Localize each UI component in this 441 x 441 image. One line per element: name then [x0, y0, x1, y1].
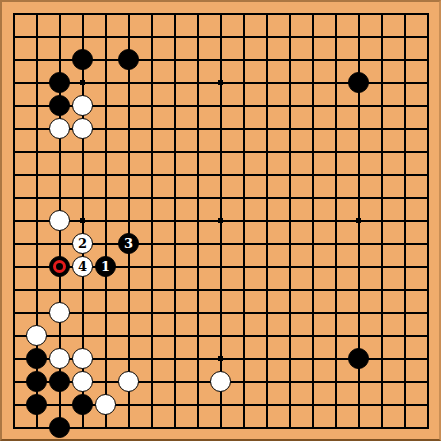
board-intersection [140, 2, 163, 25]
board-intersection [416, 232, 439, 255]
board-intersection [2, 48, 25, 71]
board-intersection [232, 71, 255, 94]
board-intersection [186, 2, 209, 25]
board-intersection [301, 232, 324, 255]
board-intersection [255, 416, 278, 439]
board-intersection [324, 140, 347, 163]
board-intersection [209, 324, 232, 347]
board-intersection [393, 370, 416, 393]
board-intersection [278, 301, 301, 324]
board-intersection [324, 186, 347, 209]
board-intersection [393, 163, 416, 186]
board-intersection [186, 232, 209, 255]
board-intersection [393, 94, 416, 117]
black-stone [26, 371, 47, 392]
board-intersection [255, 48, 278, 71]
board-intersection [347, 278, 370, 301]
board-intersection [71, 48, 94, 71]
black-stone: 1 [95, 256, 116, 277]
board-intersection [48, 393, 71, 416]
board-intersection [48, 255, 71, 278]
board-intersection [416, 324, 439, 347]
board-intersection [117, 278, 140, 301]
board-intersection [393, 416, 416, 439]
board-intersection [140, 416, 163, 439]
board-intersection [117, 255, 140, 278]
board-intersection [71, 416, 94, 439]
black-stone [348, 72, 369, 93]
board-intersection [71, 370, 94, 393]
board-intersection [232, 324, 255, 347]
board-intersection [2, 370, 25, 393]
board-intersection [278, 255, 301, 278]
board-intersection [301, 370, 324, 393]
black-stone: 3 [118, 233, 139, 254]
white-stone [49, 118, 70, 139]
board-intersection [140, 347, 163, 370]
board-intersection [2, 117, 25, 140]
board-intersection [209, 2, 232, 25]
board-intersection [370, 140, 393, 163]
board-intersection [2, 324, 25, 347]
board-intersection [163, 347, 186, 370]
board-intersection [393, 393, 416, 416]
board-intersection [232, 416, 255, 439]
board-intersection [255, 255, 278, 278]
board-intersection [232, 186, 255, 209]
board-intersection [48, 347, 71, 370]
board-intersection [48, 324, 71, 347]
board-intersection [163, 416, 186, 439]
board-intersection [209, 278, 232, 301]
board-intersection [232, 301, 255, 324]
board-intersection [186, 324, 209, 347]
board-intersection [163, 232, 186, 255]
board-intersection [301, 393, 324, 416]
board-intersection [25, 48, 48, 71]
board-intersection [94, 117, 117, 140]
board-intersection [2, 278, 25, 301]
board-intersection [393, 324, 416, 347]
black-stone [26, 348, 47, 369]
board-intersection [25, 255, 48, 278]
board-intersection [163, 48, 186, 71]
board-intersection [370, 370, 393, 393]
board-intersection [71, 186, 94, 209]
black-stone [49, 256, 70, 277]
board-intersection [255, 324, 278, 347]
board-intersection [2, 255, 25, 278]
board-intersection [2, 163, 25, 186]
white-stone [72, 95, 93, 116]
board-intersection [140, 324, 163, 347]
board-intersection [163, 94, 186, 117]
board-intersection [347, 370, 370, 393]
board-intersection [278, 393, 301, 416]
board-intersection [48, 48, 71, 71]
board-intersection [186, 117, 209, 140]
board-intersection [209, 117, 232, 140]
board-intersection [209, 232, 232, 255]
board-intersection [324, 232, 347, 255]
white-stone: 4 [72, 256, 93, 277]
board-intersection [347, 232, 370, 255]
board-intersection [232, 94, 255, 117]
board-intersection [71, 2, 94, 25]
board-intersection [209, 301, 232, 324]
board-intersection [301, 71, 324, 94]
board-intersection [209, 416, 232, 439]
board-intersection [370, 393, 393, 416]
board-intersection [48, 278, 71, 301]
board-intersection [255, 186, 278, 209]
board-intersection [416, 117, 439, 140]
board-intersection [393, 186, 416, 209]
board-intersection [117, 2, 140, 25]
board-intersection [347, 416, 370, 439]
board-intersection [255, 347, 278, 370]
board-intersection [71, 163, 94, 186]
board-intersection [117, 117, 140, 140]
board-intersection [301, 186, 324, 209]
board-intersection [2, 71, 25, 94]
board-intersection [71, 278, 94, 301]
black-stone [49, 417, 70, 438]
board-intersection: 2 [71, 232, 94, 255]
board-intersection [25, 71, 48, 94]
board-intersection [140, 301, 163, 324]
board-intersection [347, 71, 370, 94]
board-intersection [232, 255, 255, 278]
board-intersection [25, 25, 48, 48]
board-intersection [25, 301, 48, 324]
board-intersection [48, 186, 71, 209]
board-intersection [48, 209, 71, 232]
board-intersection [117, 393, 140, 416]
board-intersection [117, 370, 140, 393]
board-intersection [94, 186, 117, 209]
board-intersection [301, 2, 324, 25]
white-stone [26, 325, 47, 346]
board-intersection [186, 347, 209, 370]
board-intersection [163, 71, 186, 94]
board-intersection [94, 94, 117, 117]
board-intersection [209, 25, 232, 48]
board-intersection [232, 2, 255, 25]
board-intersection [255, 140, 278, 163]
board-intersection [186, 301, 209, 324]
board-intersection [232, 163, 255, 186]
board-intersection [94, 71, 117, 94]
board-intersection [71, 393, 94, 416]
board-intersection [347, 163, 370, 186]
star-point [80, 218, 85, 223]
white-stone [118, 371, 139, 392]
board-intersection [278, 278, 301, 301]
board-intersection [370, 416, 393, 439]
board-intersection [416, 209, 439, 232]
board-intersection [140, 163, 163, 186]
board-intersection [393, 209, 416, 232]
board-intersection [416, 347, 439, 370]
board-intersection [71, 301, 94, 324]
board-intersection [209, 48, 232, 71]
black-stone [72, 49, 93, 70]
board-intersection [232, 393, 255, 416]
white-stone [49, 302, 70, 323]
board-intersection [94, 209, 117, 232]
board-intersection [117, 94, 140, 117]
star-point [356, 218, 361, 223]
star-point [218, 218, 223, 223]
board-intersection [301, 209, 324, 232]
board-intersection [232, 278, 255, 301]
board-intersection [140, 278, 163, 301]
board-intersection [255, 25, 278, 48]
board-intersection [416, 301, 439, 324]
board-intersection [301, 94, 324, 117]
star-point [218, 80, 223, 85]
board-intersection [301, 324, 324, 347]
board-intersection [186, 48, 209, 71]
board-intersection [209, 186, 232, 209]
black-stone [118, 49, 139, 70]
board-intersection [2, 393, 25, 416]
move-number: 3 [124, 237, 133, 250]
board-intersection [301, 301, 324, 324]
board-intersection [209, 140, 232, 163]
board-intersection [186, 71, 209, 94]
board-intersection [416, 186, 439, 209]
board-intersection [48, 370, 71, 393]
white-stone [210, 371, 231, 392]
board-intersection [2, 347, 25, 370]
board-intersection [94, 25, 117, 48]
board-intersection [209, 94, 232, 117]
board-intersection [324, 301, 347, 324]
board-intersection [416, 163, 439, 186]
board-intersection [163, 163, 186, 186]
board-intersection [278, 163, 301, 186]
board-intersection [140, 71, 163, 94]
board-intersection [71, 324, 94, 347]
board-intersection [163, 117, 186, 140]
board-intersection [117, 48, 140, 71]
board-intersection [347, 2, 370, 25]
black-stone [26, 394, 47, 415]
board-intersection [186, 25, 209, 48]
board-intersection [347, 25, 370, 48]
board-intersection [255, 163, 278, 186]
black-stone [49, 95, 70, 116]
board-intersection [163, 209, 186, 232]
board-intersection [186, 140, 209, 163]
board-intersection [163, 278, 186, 301]
board-intersection [278, 209, 301, 232]
board-intersection [301, 278, 324, 301]
board-intersection [117, 347, 140, 370]
board-intersection [278, 48, 301, 71]
board-intersection [255, 232, 278, 255]
board-intersection [186, 255, 209, 278]
board-intersection [370, 2, 393, 25]
board-intersection [117, 324, 140, 347]
board-intersection [301, 140, 324, 163]
board-intersection [324, 163, 347, 186]
board-intersection [117, 301, 140, 324]
board-intersection [416, 71, 439, 94]
board-intersection [2, 232, 25, 255]
board-intersection [278, 117, 301, 140]
board-intersection [163, 186, 186, 209]
board-intersection [347, 186, 370, 209]
board-intersection [347, 301, 370, 324]
board-intersection [71, 347, 94, 370]
board-intersection [71, 209, 94, 232]
board-intersection [416, 25, 439, 48]
board-intersection [278, 25, 301, 48]
board-intersection [140, 370, 163, 393]
board-intersection [25, 232, 48, 255]
board-intersection [347, 140, 370, 163]
board-intersection [370, 48, 393, 71]
board-intersection [140, 255, 163, 278]
black-stone [49, 72, 70, 93]
board-intersection [255, 71, 278, 94]
board-intersection [140, 186, 163, 209]
board-intersection [393, 255, 416, 278]
board-intersection [117, 209, 140, 232]
board-intersection [186, 94, 209, 117]
board-intersection [393, 232, 416, 255]
board-intersection [71, 94, 94, 117]
board-intersection [140, 48, 163, 71]
white-stone [95, 394, 116, 415]
board-intersection [232, 48, 255, 71]
board-intersection [186, 209, 209, 232]
board-intersection [324, 94, 347, 117]
board-intersection [117, 25, 140, 48]
board-intersection [25, 393, 48, 416]
board-intersection [48, 25, 71, 48]
board-intersection [140, 209, 163, 232]
board-intersection [25, 209, 48, 232]
board-intersection [186, 278, 209, 301]
board-intersection [94, 301, 117, 324]
board-intersection [232, 370, 255, 393]
board-intersection [2, 416, 25, 439]
board-intersection [186, 163, 209, 186]
board-intersection [163, 393, 186, 416]
board-intersection [186, 416, 209, 439]
board-intersection [255, 2, 278, 25]
board-intersection [2, 140, 25, 163]
board-intersection [48, 301, 71, 324]
board-intersection [2, 301, 25, 324]
board-intersection [140, 232, 163, 255]
board-intersection [94, 347, 117, 370]
board-intersection [48, 416, 71, 439]
board-intersection [370, 278, 393, 301]
board-intersection [117, 71, 140, 94]
go-board: 2341 [0, 0, 441, 441]
board-intersection [163, 25, 186, 48]
board-intersection [232, 140, 255, 163]
board-intersection [324, 324, 347, 347]
board-intersection [25, 278, 48, 301]
board-intersection [117, 416, 140, 439]
board-intersection [324, 71, 347, 94]
board-intersection [209, 347, 232, 370]
white-stone: 2 [72, 233, 93, 254]
board-intersection [393, 25, 416, 48]
board-intersection [94, 370, 117, 393]
board-intersection [117, 140, 140, 163]
white-stone [72, 118, 93, 139]
board-intersection [324, 117, 347, 140]
board-intersection [232, 117, 255, 140]
board-intersection: 1 [94, 255, 117, 278]
board-intersection [48, 117, 71, 140]
black-stone [348, 348, 369, 369]
board-intersection [393, 347, 416, 370]
board-intersection [278, 347, 301, 370]
board-intersection [209, 393, 232, 416]
board-intersection [347, 393, 370, 416]
board-intersection [163, 301, 186, 324]
board-intersection [324, 25, 347, 48]
board-intersection [370, 186, 393, 209]
board-intersection [48, 71, 71, 94]
board-intersection [48, 140, 71, 163]
white-stone [49, 348, 70, 369]
board-intersection [2, 94, 25, 117]
board-intersection [140, 140, 163, 163]
board-intersection [140, 117, 163, 140]
board-intersection [2, 25, 25, 48]
board-intersection [324, 48, 347, 71]
board-intersection [370, 209, 393, 232]
board-intersection [94, 140, 117, 163]
board-intersection [255, 117, 278, 140]
board-intersection [416, 416, 439, 439]
board-intersection [186, 393, 209, 416]
board-intersection [140, 393, 163, 416]
board-intersection [94, 163, 117, 186]
board-intersection [163, 324, 186, 347]
board-intersection [71, 71, 94, 94]
board-intersection [301, 255, 324, 278]
board-intersection [209, 71, 232, 94]
board-intersection [232, 347, 255, 370]
board-intersection [94, 393, 117, 416]
board-intersection [301, 48, 324, 71]
white-stone [49, 210, 70, 231]
board-intersection [25, 2, 48, 25]
board-intersection [324, 209, 347, 232]
board-intersection [209, 163, 232, 186]
board-intersection [71, 25, 94, 48]
board-intersection [347, 324, 370, 347]
board-intersection [94, 2, 117, 25]
board-intersection [278, 324, 301, 347]
board-intersection [25, 416, 48, 439]
board-intersection [94, 278, 117, 301]
board-intersection [117, 163, 140, 186]
board-intersection [232, 209, 255, 232]
black-stone [49, 371, 70, 392]
board-intersection [393, 140, 416, 163]
